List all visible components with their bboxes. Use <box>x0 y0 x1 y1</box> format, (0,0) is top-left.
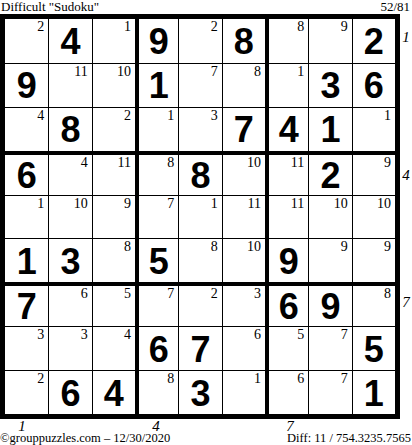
cell-r7c4[interactable]: 7 <box>135 282 178 326</box>
cell-r7c2[interactable]: 6 <box>48 282 91 326</box>
step-number: 7 <box>167 286 174 301</box>
given-digit: 6 <box>149 332 169 368</box>
given-digit: 9 <box>320 289 340 325</box>
step-number: 5 <box>297 327 304 342</box>
cell-r2c7[interactable]: 1 <box>265 63 308 107</box>
cell-r8c3[interactable]: 4 <box>92 326 135 370</box>
cell-r4c1: 6 <box>5 151 48 195</box>
step-number: 1 <box>384 108 391 123</box>
given-digit: 6 <box>364 68 384 104</box>
step-number: 6 <box>297 371 304 386</box>
step-number: 9 <box>341 19 348 34</box>
cell-r1c7[interactable]: 8 <box>265 19 308 63</box>
given-digit: 4 <box>279 112 299 148</box>
cell-r7c9[interactable]: 8 <box>352 282 395 326</box>
given-digit: 8 <box>234 24 254 60</box>
cell-r3c2: 8 <box>48 107 91 151</box>
cell-r1c3[interactable]: 1 <box>92 19 135 63</box>
step-number: 8 <box>124 239 131 254</box>
row-label-4: 4 <box>400 168 412 183</box>
cell-r6c9[interactable]: 9 <box>352 238 395 282</box>
given-digit: 1 <box>320 112 340 148</box>
step-number: 1 <box>124 19 131 34</box>
step-number: 10 <box>377 196 391 211</box>
given-digit: 9 <box>17 68 37 104</box>
step-number: 2 <box>211 286 218 301</box>
cell-r2c8: 3 <box>308 63 351 107</box>
puzzle-counter: 52/81 <box>380 0 410 14</box>
step-number: 5 <box>124 286 131 301</box>
cell-r6c7: 9 <box>265 238 308 282</box>
page-title: Difficult "Sudoku" <box>1 0 99 14</box>
step-number: 9 <box>384 155 391 170</box>
cell-r4c3[interactable]: 11 <box>92 151 135 195</box>
cell-r9c5: 3 <box>178 370 221 414</box>
cell-r6c2: 3 <box>48 238 91 282</box>
cell-r1c9: 2 <box>352 19 395 63</box>
given-digit: 1 <box>149 68 169 104</box>
step-number: 3 <box>211 108 218 123</box>
cell-r9c3: 4 <box>92 370 135 414</box>
cell-r4c7[interactable]: 11 <box>265 151 308 195</box>
step-number: 2 <box>37 19 44 34</box>
step-number: 11 <box>248 196 261 211</box>
given-digit: 1 <box>17 244 37 280</box>
cell-r2c5[interactable]: 7 <box>178 63 221 107</box>
cell-r1c4: 9 <box>135 19 178 63</box>
cell-r5c7[interactable]: 11 <box>265 195 308 239</box>
step-number: 8 <box>384 286 391 301</box>
given-digit: 8 <box>190 158 210 194</box>
step-number: 9 <box>341 239 348 254</box>
footer-copyright: ©grouppuzzles.com – 12/30/2020 <box>0 431 170 445</box>
cell-r5c3[interactable]: 9 <box>92 195 135 239</box>
cell-r3c8: 1 <box>308 107 351 151</box>
step-number: 8 <box>167 155 174 170</box>
step-number: 9 <box>384 239 391 254</box>
cell-r1c2: 4 <box>48 19 91 63</box>
given-digit: 1 <box>364 376 384 412</box>
step-number: 4 <box>37 108 44 123</box>
given-digit: 6 <box>60 376 80 412</box>
cell-r3c6: 7 <box>222 107 265 151</box>
step-number: 2 <box>211 19 218 34</box>
cell-r5c2[interactable]: 10 <box>48 195 91 239</box>
given-digit: 9 <box>279 244 299 280</box>
cell-r2c4: 1 <box>135 63 178 107</box>
given-digit: 7 <box>190 332 210 368</box>
cell-r4c5: 8 <box>178 151 221 195</box>
row-label-7: 7 <box>400 295 412 310</box>
step-number: 3 <box>254 286 261 301</box>
given-digit: 3 <box>320 68 340 104</box>
cell-r9c2: 6 <box>48 370 91 414</box>
cell-r8c7[interactable]: 5 <box>265 326 308 370</box>
step-number: 9 <box>124 196 131 211</box>
step-number: 8 <box>211 239 218 254</box>
cell-r7c8: 9 <box>308 282 351 326</box>
cell-r6c5[interactable]: 8 <box>178 238 221 282</box>
given-digit: 4 <box>60 24 80 60</box>
cell-r2c3[interactable]: 10 <box>92 63 135 107</box>
row-label-1: 1 <box>400 30 412 45</box>
step-number: 7 <box>211 64 218 79</box>
step-number: 1 <box>297 64 304 79</box>
cell-r4c2[interactable]: 4 <box>48 151 91 195</box>
cell-r5c5[interactable]: 1 <box>178 195 221 239</box>
cell-r9c6[interactable]: 1 <box>222 370 265 414</box>
cell-r5c8[interactable]: 10 <box>308 195 351 239</box>
given-digit: 9 <box>149 24 169 60</box>
puzzle-sheet: Difficult "Sudoku" 52/81 241928892911101… <box>0 0 412 445</box>
step-number: 3 <box>37 327 44 342</box>
cell-r1c1[interactable]: 2 <box>5 19 48 63</box>
step-number: 4 <box>81 155 88 170</box>
cell-r8c5: 7 <box>178 326 221 370</box>
given-digit: 5 <box>364 332 384 368</box>
step-number: 1 <box>37 196 44 211</box>
step-number: 1 <box>254 371 261 386</box>
cell-r2c9: 6 <box>352 63 395 107</box>
step-number: 7 <box>341 327 348 342</box>
step-number: 1 <box>211 196 218 211</box>
given-digit: 6 <box>279 289 299 325</box>
cell-r2c1: 9 <box>5 63 48 107</box>
cell-r1c6: 8 <box>222 19 265 63</box>
cell-r8c2[interactable]: 3 <box>48 326 91 370</box>
cell-r6c1: 1 <box>5 238 48 282</box>
step-number: 10 <box>247 239 261 254</box>
step-number: 10 <box>247 155 261 170</box>
cell-r8c4: 6 <box>135 326 178 370</box>
cell-r7c3[interactable]: 5 <box>92 282 135 326</box>
step-number: 2 <box>37 371 44 386</box>
given-digit: 5 <box>149 244 169 280</box>
given-digit: 7 <box>234 112 254 148</box>
cell-r8c6[interactable]: 6 <box>222 326 265 370</box>
cell-r9c8[interactable]: 7 <box>308 370 351 414</box>
cell-r6c4: 5 <box>135 238 178 282</box>
cell-r3c4[interactable]: 1 <box>135 107 178 151</box>
cell-r4c9[interactable]: 9 <box>352 151 395 195</box>
cell-r8c8[interactable]: 7 <box>308 326 351 370</box>
header: Difficult "Sudoku" 52/81 <box>0 0 412 14</box>
step-number: 8 <box>167 371 174 386</box>
given-digit: 2 <box>320 158 340 194</box>
footer-difficulty: Diff: 11 / 754.3235.7565 <box>287 431 411 445</box>
cell-r6c8[interactable]: 9 <box>308 238 351 282</box>
step-number: 11 <box>291 196 304 211</box>
sudoku-board: 2419288929111017813648213741164118810112… <box>0 14 400 419</box>
given-digit: 4 <box>104 376 124 412</box>
footer: ©grouppuzzles.com – 12/30/2020 Diff: 11 … <box>0 431 412 445</box>
cell-r7c7: 6 <box>265 282 308 326</box>
cell-r6c6[interactable]: 10 <box>222 238 265 282</box>
step-number: 3 <box>81 327 88 342</box>
cell-r9c1[interactable]: 2 <box>5 370 48 414</box>
step-number: 6 <box>81 286 88 301</box>
step-number: 4 <box>124 327 131 342</box>
cell-r7c1: 7 <box>5 282 48 326</box>
cell-r5c1[interactable]: 1 <box>5 195 48 239</box>
step-number: 1 <box>167 108 174 123</box>
cell-r8c9: 5 <box>352 326 395 370</box>
step-number: 2 <box>124 108 131 123</box>
cell-r4c8: 2 <box>308 151 351 195</box>
cell-r4c6[interactable]: 10 <box>222 151 265 195</box>
cell-r5c6[interactable]: 11 <box>222 195 265 239</box>
step-number: 11 <box>118 155 131 170</box>
step-number: 10 <box>74 196 88 211</box>
step-number: 8 <box>297 19 304 34</box>
step-number: 7 <box>341 371 348 386</box>
given-digit: 2 <box>364 24 384 60</box>
step-number: 6 <box>254 327 261 342</box>
cell-r5c4[interactable]: 7 <box>135 195 178 239</box>
cell-r4c4[interactable]: 8 <box>135 151 178 195</box>
cell-r1c8[interactable]: 9 <box>308 19 351 63</box>
cell-r2c2[interactable]: 11 <box>48 63 91 107</box>
step-number: 11 <box>291 155 304 170</box>
given-digit: 3 <box>60 244 80 280</box>
cell-r3c7: 4 <box>265 107 308 151</box>
cell-r9c4[interactable]: 8 <box>135 370 178 414</box>
step-number: 7 <box>167 196 174 211</box>
given-digit: 3 <box>190 376 210 412</box>
cell-r3c1[interactable]: 4 <box>5 107 48 151</box>
step-number: 10 <box>334 196 348 211</box>
cell-r6c3[interactable]: 8 <box>92 238 135 282</box>
cell-r5c9[interactable]: 10 <box>352 195 395 239</box>
cell-r3c5[interactable]: 3 <box>178 107 221 151</box>
step-number: 8 <box>254 64 261 79</box>
cell-r9c7[interactable]: 6 <box>265 370 308 414</box>
given-digit: 6 <box>17 158 37 194</box>
cell-r7c6[interactable]: 3 <box>222 282 265 326</box>
cell-r3c9[interactable]: 1 <box>352 107 395 151</box>
given-digit: 7 <box>17 289 37 325</box>
cell-r9c9: 1 <box>352 370 395 414</box>
cell-r2c6[interactable]: 8 <box>222 63 265 107</box>
cell-r8c1[interactable]: 3 <box>5 326 48 370</box>
cell-r7c5[interactable]: 2 <box>178 282 221 326</box>
cell-r1c5[interactable]: 2 <box>178 19 221 63</box>
step-number: 11 <box>74 64 87 79</box>
cell-r3c3[interactable]: 2 <box>92 107 135 151</box>
step-number: 10 <box>117 64 131 79</box>
given-digit: 8 <box>60 112 80 148</box>
